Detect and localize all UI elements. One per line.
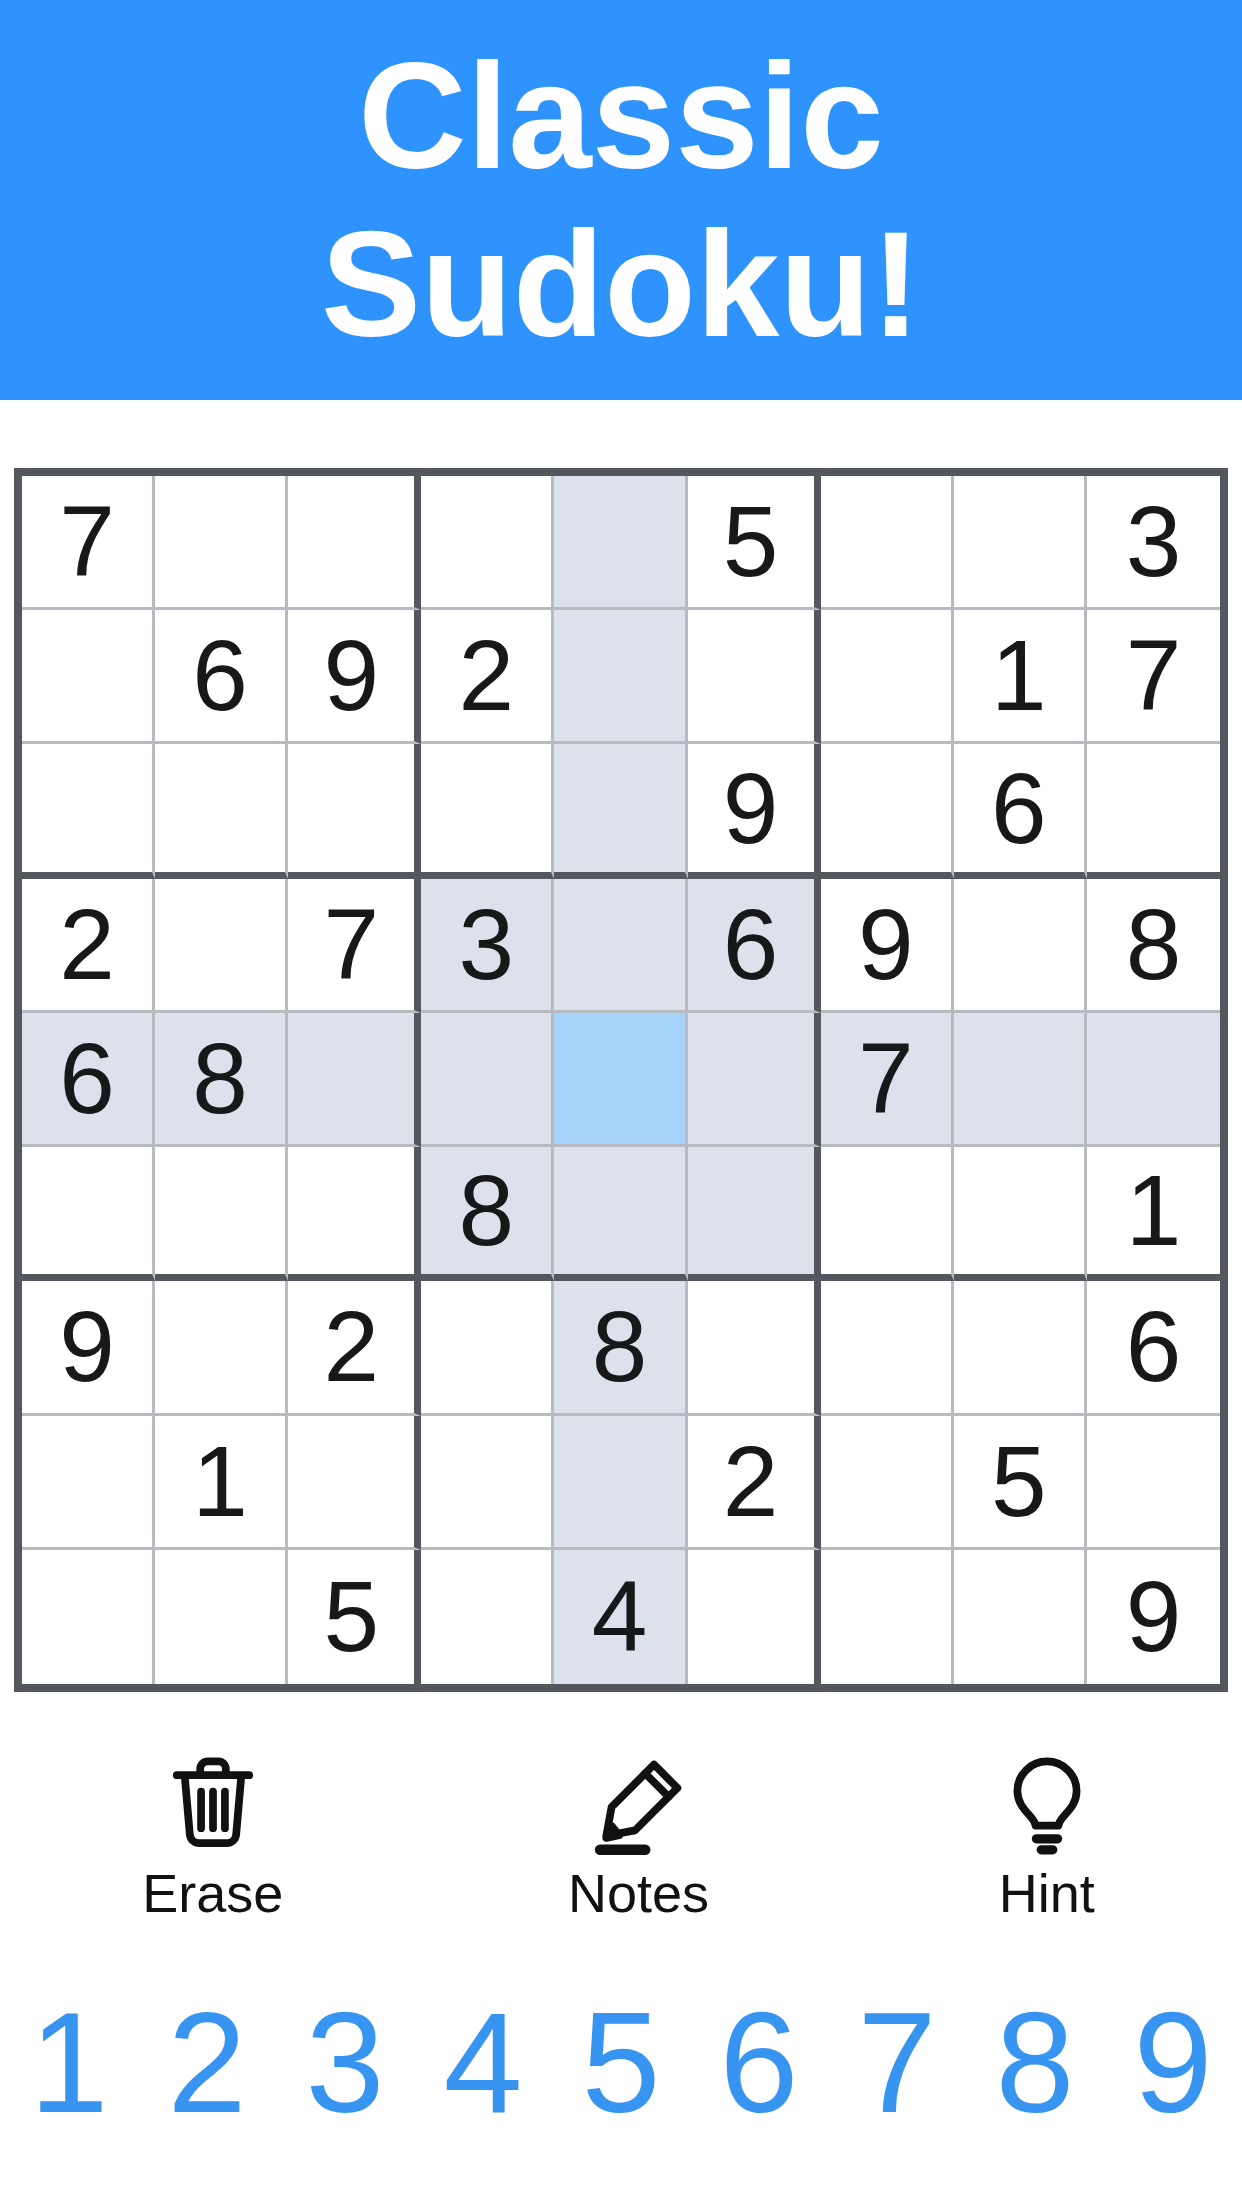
cell-r1c6[interactable]: 5 <box>688 476 821 610</box>
cell-r7c5[interactable]: 8 <box>554 1281 687 1415</box>
page-title-line1: Classic <box>358 32 883 200</box>
cell-r7c4[interactable] <box>421 1281 554 1415</box>
cell-r9c4[interactable] <box>421 1550 554 1684</box>
cell-r4c6[interactable]: 6 <box>688 879 821 1013</box>
cell-r5c5[interactable] <box>554 1013 687 1147</box>
cell-r3c4[interactable] <box>421 744 554 878</box>
numpad-key-2[interactable]: 2 <box>138 1992 276 2134</box>
cell-r5c4[interactable] <box>421 1013 554 1147</box>
cell-r3c8[interactable]: 6 <box>954 744 1087 878</box>
cell-r4c1[interactable]: 2 <box>22 879 155 1013</box>
cell-r1c1[interactable]: 7 <box>22 476 155 610</box>
numpad-key-7[interactable]: 7 <box>828 1992 966 2134</box>
cell-r9c5[interactable]: 4 <box>554 1550 687 1684</box>
cell-r7c2[interactable] <box>155 1281 288 1415</box>
numpad-key-6[interactable]: 6 <box>690 1992 828 2134</box>
cell-r1c9[interactable]: 3 <box>1087 476 1220 610</box>
cell-r2c3[interactable]: 9 <box>288 610 421 744</box>
cell-r9c3[interactable]: 5 <box>288 1550 421 1684</box>
cell-r9c2[interactable] <box>155 1550 288 1684</box>
cell-r6c2[interactable] <box>155 1147 288 1281</box>
notes-button[interactable]: Notes <box>568 1750 709 1920</box>
cell-r1c5[interactable] <box>554 476 687 610</box>
cell-r6c1[interactable] <box>22 1147 155 1281</box>
cell-r6c3[interactable] <box>288 1147 421 1281</box>
pencil-icon <box>586 1750 692 1856</box>
hint-button[interactable]: Hint <box>994 1750 1100 1920</box>
numpad-key-3[interactable]: 3 <box>276 1992 414 2134</box>
trash-icon <box>160 1750 266 1856</box>
cell-r8c6[interactable]: 2 <box>688 1416 821 1550</box>
cell-r8c1[interactable] <box>22 1416 155 1550</box>
cell-r8c8[interactable]: 5 <box>954 1416 1087 1550</box>
numpad-key-4[interactable]: 4 <box>414 1992 552 2134</box>
cell-r1c3[interactable] <box>288 476 421 610</box>
cell-r4c4[interactable]: 3 <box>421 879 554 1013</box>
cell-r8c2[interactable]: 1 <box>155 1416 288 1550</box>
cell-r1c2[interactable] <box>155 476 288 610</box>
cell-r3c6[interactable]: 9 <box>688 744 821 878</box>
cell-r8c7[interactable] <box>821 1416 954 1550</box>
cell-r5c2[interactable]: 8 <box>155 1013 288 1147</box>
cell-r6c6[interactable] <box>688 1147 821 1281</box>
cell-r7c1[interactable]: 9 <box>22 1281 155 1415</box>
cell-r6c4[interactable]: 8 <box>421 1147 554 1281</box>
cell-r2c1[interactable] <box>22 610 155 744</box>
cell-r2c5[interactable] <box>554 610 687 744</box>
cell-r3c1[interactable] <box>22 744 155 878</box>
cell-r4c5[interactable] <box>554 879 687 1013</box>
cell-r3c7[interactable] <box>821 744 954 878</box>
cell-r3c3[interactable] <box>288 744 421 878</box>
cell-r6c9[interactable]: 1 <box>1087 1147 1220 1281</box>
cell-r9c9[interactable]: 9 <box>1087 1550 1220 1684</box>
toolbar: Erase Notes Hint <box>0 1750 1242 1920</box>
numpad-key-5[interactable]: 5 <box>552 1992 690 2134</box>
cell-r8c4[interactable] <box>421 1416 554 1550</box>
cell-r2c2[interactable]: 6 <box>155 610 288 744</box>
lightbulb-icon <box>994 1750 1100 1856</box>
cell-r4c2[interactable] <box>155 879 288 1013</box>
cell-r6c8[interactable] <box>954 1147 1087 1281</box>
cell-r6c7[interactable] <box>821 1147 954 1281</box>
numpad: 1 2 3 4 5 6 7 8 9 <box>0 1992 1242 2134</box>
cell-r7c6[interactable] <box>688 1281 821 1415</box>
cell-r2c6[interactable] <box>688 610 821 744</box>
cell-r2c8[interactable]: 1 <box>954 610 1087 744</box>
cell-r5c8[interactable] <box>954 1013 1087 1147</box>
cell-r1c4[interactable] <box>421 476 554 610</box>
cell-r2c9[interactable]: 7 <box>1087 610 1220 744</box>
cell-r5c9[interactable] <box>1087 1013 1220 1147</box>
cell-r1c8[interactable] <box>954 476 1087 610</box>
cell-r5c1[interactable]: 6 <box>22 1013 155 1147</box>
cell-r4c8[interactable] <box>954 879 1087 1013</box>
cell-r7c3[interactable]: 2 <box>288 1281 421 1415</box>
cell-r8c3[interactable] <box>288 1416 421 1550</box>
numpad-key-9[interactable]: 9 <box>1104 1992 1242 2134</box>
cell-r2c7[interactable] <box>821 610 954 744</box>
app-header: Classic Sudoku! <box>0 0 1242 400</box>
cell-r9c6[interactable] <box>688 1550 821 1684</box>
cell-r7c8[interactable] <box>954 1281 1087 1415</box>
cell-r8c9[interactable] <box>1087 1416 1220 1550</box>
cell-r5c6[interactable] <box>688 1013 821 1147</box>
cell-r3c9[interactable] <box>1087 744 1220 878</box>
cell-r5c3[interactable] <box>288 1013 421 1147</box>
cell-r4c7[interactable]: 9 <box>821 879 954 1013</box>
numpad-key-1[interactable]: 1 <box>0 1992 138 2134</box>
erase-button[interactable]: Erase <box>142 1750 283 1920</box>
cell-r7c7[interactable] <box>821 1281 954 1415</box>
cell-r1c7[interactable] <box>821 476 954 610</box>
sudoku-board: 7536921796273698687819286125549 <box>14 468 1228 1692</box>
cell-r5c7[interactable]: 7 <box>821 1013 954 1147</box>
numpad-key-8[interactable]: 8 <box>966 1992 1104 2134</box>
notes-label: Notes <box>568 1866 709 1920</box>
erase-label: Erase <box>142 1866 283 1920</box>
cell-r4c9[interactable]: 8 <box>1087 879 1220 1013</box>
cell-r9c8[interactable] <box>954 1550 1087 1684</box>
cell-r9c1[interactable] <box>22 1550 155 1684</box>
cell-r7c9[interactable]: 6 <box>1087 1281 1220 1415</box>
cell-r9c7[interactable] <box>821 1550 954 1684</box>
cell-r2c4[interactable]: 2 <box>421 610 554 744</box>
cell-r3c2[interactable] <box>155 744 288 878</box>
cell-r3c5[interactable] <box>554 744 687 878</box>
hint-label: Hint <box>999 1866 1095 1920</box>
page-title-line2: Sudoku! <box>321 200 921 368</box>
cell-r8c5[interactable] <box>554 1416 687 1550</box>
cell-r4c3[interactable]: 7 <box>288 879 421 1013</box>
cell-r6c5[interactable] <box>554 1147 687 1281</box>
